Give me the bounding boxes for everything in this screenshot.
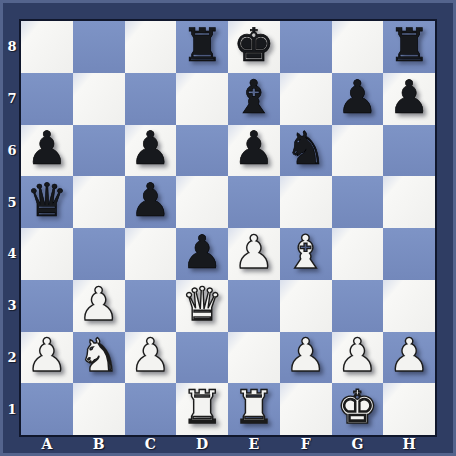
square-b8[interactable] bbox=[73, 21, 125, 73]
piece-black-queen-a5: ♛ bbox=[26, 177, 67, 223]
rank-label-2: 2 bbox=[3, 332, 21, 384]
piece-black-pawn-d4: ♟ bbox=[182, 229, 223, 275]
square-a5[interactable]: ♛ bbox=[21, 176, 73, 228]
square-h1[interactable] bbox=[383, 383, 435, 435]
square-h7[interactable]: ♟ bbox=[383, 73, 435, 125]
file-labels: ABCDEFGH bbox=[21, 435, 435, 453]
rank-label-5: 5 bbox=[3, 176, 21, 228]
piece-white-rook-d1: ♜ bbox=[182, 384, 223, 430]
square-g4[interactable] bbox=[332, 228, 384, 280]
piece-white-knight-b2: ♞ bbox=[78, 332, 119, 378]
square-f6[interactable]: ♞ bbox=[280, 125, 332, 177]
square-g1[interactable]: ♚ bbox=[332, 383, 384, 435]
file-label-A: A bbox=[21, 435, 73, 453]
square-c4[interactable] bbox=[125, 228, 177, 280]
square-e1[interactable]: ♜ bbox=[228, 383, 280, 435]
piece-black-pawn-a6: ♟ bbox=[26, 125, 67, 171]
square-e8[interactable]: ♚ bbox=[228, 21, 280, 73]
rank-label-6: 6 bbox=[3, 125, 21, 177]
square-d3[interactable]: ♛ bbox=[176, 280, 228, 332]
piece-black-pawn-e6: ♟ bbox=[233, 125, 274, 171]
rank-label-4: 4 bbox=[3, 228, 21, 280]
square-d7[interactable] bbox=[176, 73, 228, 125]
square-f3[interactable] bbox=[280, 280, 332, 332]
rank-labels: 87654321 bbox=[3, 21, 21, 435]
square-e3[interactable] bbox=[228, 280, 280, 332]
file-label-E: E bbox=[228, 435, 280, 453]
file-label-D: D bbox=[176, 435, 228, 453]
square-c7[interactable] bbox=[125, 73, 177, 125]
square-e5[interactable] bbox=[228, 176, 280, 228]
square-d1[interactable]: ♜ bbox=[176, 383, 228, 435]
square-b3[interactable]: ♟ bbox=[73, 280, 125, 332]
square-h2[interactable]: ♟ bbox=[383, 332, 435, 384]
square-a6[interactable]: ♟ bbox=[21, 125, 73, 177]
piece-white-king-g1: ♚ bbox=[337, 384, 378, 430]
square-d5[interactable] bbox=[176, 176, 228, 228]
square-g3[interactable] bbox=[332, 280, 384, 332]
piece-white-queen-d3: ♛ bbox=[182, 281, 223, 327]
square-a3[interactable] bbox=[21, 280, 73, 332]
piece-black-rook-d8: ♜ bbox=[182, 22, 223, 68]
piece-black-knight-f6: ♞ bbox=[285, 125, 326, 171]
square-b2[interactable]: ♞ bbox=[73, 332, 125, 384]
square-g6[interactable] bbox=[332, 125, 384, 177]
piece-black-pawn-c5: ♟ bbox=[130, 177, 171, 223]
square-d8[interactable]: ♜ bbox=[176, 21, 228, 73]
square-h8[interactable]: ♜ bbox=[383, 21, 435, 73]
piece-black-king-e8: ♚ bbox=[233, 22, 274, 68]
piece-white-bishop-f4: ♝ bbox=[285, 229, 326, 275]
square-e2[interactable] bbox=[228, 332, 280, 384]
piece-black-pawn-g7: ♟ bbox=[337, 74, 378, 120]
square-c6[interactable]: ♟ bbox=[125, 125, 177, 177]
square-a2[interactable]: ♟ bbox=[21, 332, 73, 384]
file-label-C: C bbox=[125, 435, 177, 453]
square-f1[interactable] bbox=[280, 383, 332, 435]
chess-board-frame: 87654321 ♜♚♜♝♟♟♟♟♟♞♛♟♟♟♝♟♛♟♞♟♟♟♟♜♜♚ ABCD… bbox=[0, 0, 456, 456]
piece-white-pawn-c2: ♟ bbox=[130, 332, 171, 378]
rank-label-7: 7 bbox=[3, 73, 21, 125]
file-label-G: G bbox=[332, 435, 384, 453]
piece-black-rook-h8: ♜ bbox=[389, 22, 430, 68]
square-e7[interactable]: ♝ bbox=[228, 73, 280, 125]
square-f5[interactable] bbox=[280, 176, 332, 228]
file-label-H: H bbox=[383, 435, 435, 453]
square-d4[interactable]: ♟ bbox=[176, 228, 228, 280]
piece-white-pawn-f2: ♟ bbox=[285, 332, 326, 378]
square-d6[interactable] bbox=[176, 125, 228, 177]
square-e4[interactable]: ♟ bbox=[228, 228, 280, 280]
square-b5[interactable] bbox=[73, 176, 125, 228]
square-c8[interactable] bbox=[125, 21, 177, 73]
square-c2[interactable]: ♟ bbox=[125, 332, 177, 384]
square-f8[interactable] bbox=[280, 21, 332, 73]
piece-black-pawn-h7: ♟ bbox=[389, 74, 430, 120]
piece-white-rook-e1: ♜ bbox=[233, 384, 274, 430]
rank-label-3: 3 bbox=[3, 280, 21, 332]
file-label-B: B bbox=[73, 435, 125, 453]
piece-white-pawn-h2: ♟ bbox=[389, 332, 430, 378]
square-g5[interactable] bbox=[332, 176, 384, 228]
square-b1[interactable] bbox=[73, 383, 125, 435]
rank-label-8: 8 bbox=[3, 21, 21, 73]
square-a8[interactable] bbox=[21, 21, 73, 73]
rank-label-1: 1 bbox=[3, 383, 21, 435]
square-b4[interactable] bbox=[73, 228, 125, 280]
square-b6[interactable] bbox=[73, 125, 125, 177]
square-a1[interactable] bbox=[21, 383, 73, 435]
square-b7[interactable] bbox=[73, 73, 125, 125]
square-d2[interactable] bbox=[176, 332, 228, 384]
piece-white-pawn-b3: ♟ bbox=[78, 281, 119, 327]
chess-board: ♜♚♜♝♟♟♟♟♟♞♛♟♟♟♝♟♛♟♞♟♟♟♟♜♜♚ bbox=[21, 21, 435, 435]
piece-white-pawn-e4: ♟ bbox=[233, 229, 274, 275]
piece-white-pawn-a2: ♟ bbox=[26, 332, 67, 378]
piece-white-pawn-g2: ♟ bbox=[337, 332, 378, 378]
piece-black-pawn-c6: ♟ bbox=[130, 125, 171, 171]
square-e6[interactable]: ♟ bbox=[228, 125, 280, 177]
square-f2[interactable]: ♟ bbox=[280, 332, 332, 384]
square-c3[interactable] bbox=[125, 280, 177, 332]
square-g8[interactable] bbox=[332, 21, 384, 73]
square-g7[interactable]: ♟ bbox=[332, 73, 384, 125]
square-a4[interactable] bbox=[21, 228, 73, 280]
square-c1[interactable] bbox=[125, 383, 177, 435]
piece-black-bishop-e7: ♝ bbox=[233, 74, 274, 120]
square-h4[interactable] bbox=[383, 228, 435, 280]
square-a7[interactable] bbox=[21, 73, 73, 125]
file-label-F: F bbox=[280, 435, 332, 453]
square-f7[interactable] bbox=[280, 73, 332, 125]
square-c5[interactable]: ♟ bbox=[125, 176, 177, 228]
square-h6[interactable] bbox=[383, 125, 435, 177]
square-g2[interactable]: ♟ bbox=[332, 332, 384, 384]
square-f4[interactable]: ♝ bbox=[280, 228, 332, 280]
square-h5[interactable] bbox=[383, 176, 435, 228]
square-h3[interactable] bbox=[383, 280, 435, 332]
